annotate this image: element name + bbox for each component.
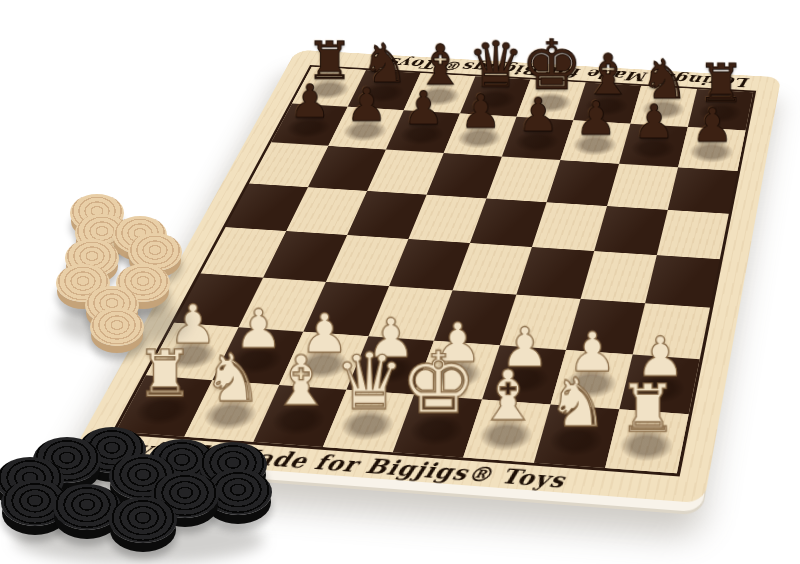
square-a5[interactable] [226,183,308,231]
square-h7[interactable]: ♟ [678,127,745,171]
board-face: Lovingly Made for Bigjigs® Toys Lovingly… [71,50,781,504]
piece-white-rook[interactable]: ♜ [602,375,693,441]
square-h6[interactable] [668,167,738,213]
board-grid: ♜♞♝♛♚♝♞♜♟♟♟♟♟♟♟♟♟♟♟♟♟♟♟♟♜♞♝♛♚♝♞♜ [111,65,756,477]
product-photo-scene: Lovingly Made for Bigjigs® Toys Lovingly… [0,0,800,564]
square-a4[interactable] [201,227,287,278]
square-g4[interactable] [581,251,657,303]
square-h4[interactable] [645,255,720,307]
square-h5[interactable] [657,210,729,259]
square-g6[interactable] [607,164,678,210]
square-f5[interactable] [532,202,607,251]
piece-black-pawn[interactable]: ♟ [675,102,750,149]
checker-disc-cream[interactable] [90,308,144,346]
square-e5[interactable] [470,198,547,247]
checker-disc-black[interactable] [109,497,177,543]
chess-board: Lovingly Made for Bigjigs® Toys Lovingly… [71,50,781,504]
square-g5[interactable] [594,206,668,255]
square-h1[interactable]: ♜ [605,409,688,473]
